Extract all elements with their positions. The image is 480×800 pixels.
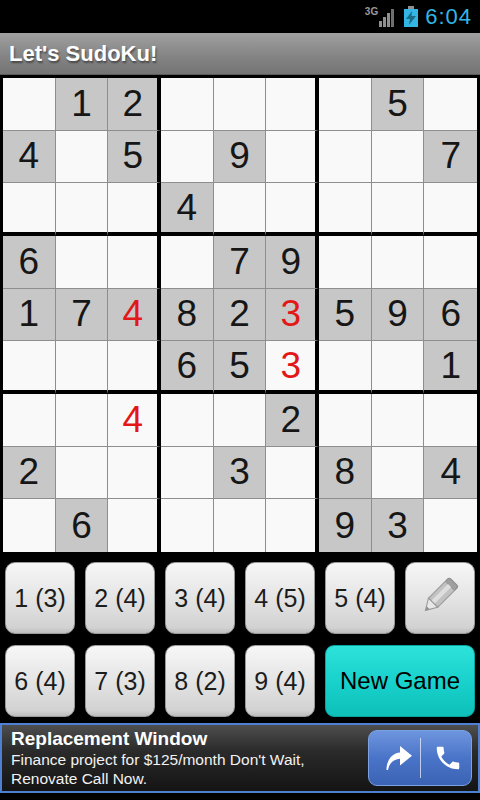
sudoku-cell-r6c2[interactable]: [56, 341, 109, 394]
sudoku-cell-r4c4[interactable]: [161, 236, 214, 289]
sudoku-cell-r2c3[interactable]: 5: [108, 131, 161, 184]
sudoku-cell-r8c5[interactable]: 3: [214, 447, 267, 500]
sudoku-cell-r8c4[interactable]: [161, 447, 214, 500]
sudoku-cell-r4c2[interactable]: [56, 236, 109, 289]
signal-bars-icon: [379, 9, 394, 27]
sudoku-cell-r6c3[interactable]: [108, 341, 161, 394]
digit-button-6[interactable]: 6 (4): [5, 645, 75, 717]
digit-button-7[interactable]: 7 (3): [85, 645, 155, 717]
sudoku-cell-r9c8[interactable]: 3: [372, 499, 425, 552]
sudoku-cell-r9c6[interactable]: [266, 499, 319, 552]
sudoku-cell-r2c4[interactable]: [161, 131, 214, 184]
sudoku-cell-r6c6[interactable]: 3: [266, 341, 319, 394]
sudoku-cell-r7c5[interactable]: [214, 394, 267, 447]
sudoku-cell-r5c5[interactable]: 2: [214, 289, 267, 342]
sudoku-cell-r7c3[interactable]: 4: [108, 394, 161, 447]
ad-title: Replacement Window: [11, 728, 364, 750]
sudoku-cell-r5c1[interactable]: 1: [3, 289, 56, 342]
sudoku-cell-r2c1[interactable]: 4: [3, 131, 56, 184]
sudoku-cell-r8c1[interactable]: 2: [3, 447, 56, 500]
sudoku-cell-r1c9[interactable]: [424, 78, 477, 131]
sudoku-cell-r9c4[interactable]: [161, 499, 214, 552]
sudoku-cell-r9c3[interactable]: [108, 499, 161, 552]
digit-button-3[interactable]: 3 (4): [165, 562, 235, 634]
battery-charging-icon: [404, 6, 418, 27]
sudoku-cell-r2c5[interactable]: 9: [214, 131, 267, 184]
sudoku-cell-r4c3[interactable]: [108, 236, 161, 289]
network-type-label: 3G: [365, 6, 378, 17]
sudoku-cell-r8c9[interactable]: 4: [424, 447, 477, 500]
sudoku-cell-r3c1[interactable]: [3, 183, 56, 236]
sudoku-cell-r8c6[interactable]: [266, 447, 319, 500]
sudoku-cell-r3c6[interactable]: [266, 183, 319, 236]
sudoku-cell-r7c9[interactable]: [424, 394, 477, 447]
sudoku-cell-r8c8[interactable]: [372, 447, 425, 500]
sudoku-cell-r9c1[interactable]: [3, 499, 56, 552]
digit-button-2[interactable]: 2 (4): [85, 562, 155, 634]
sudoku-board: 125459746791748235966531422384693: [0, 75, 480, 555]
ad-action-buttons: [368, 730, 472, 786]
sudoku-cell-r5c3[interactable]: 4: [108, 289, 161, 342]
sudoku-cell-r5c7[interactable]: 5: [319, 289, 372, 342]
sudoku-cell-r2c7[interactable]: [319, 131, 372, 184]
sudoku-cell-r2c6[interactable]: [266, 131, 319, 184]
sudoku-cell-r5c8[interactable]: 9: [372, 289, 425, 342]
sudoku-cell-r4c7[interactable]: [319, 236, 372, 289]
sudoku-cell-r7c1[interactable]: [3, 394, 56, 447]
new-game-button[interactable]: New Game: [325, 645, 475, 717]
sudoku-cell-r6c4[interactable]: 6: [161, 341, 214, 394]
sudoku-cell-r9c9[interactable]: [424, 499, 477, 552]
sudoku-cell-r9c7[interactable]: 9: [319, 499, 372, 552]
sudoku-cell-r8c2[interactable]: [56, 447, 109, 500]
digit-button-5[interactable]: 5 (4): [325, 562, 395, 634]
sudoku-cell-r4c8[interactable]: [372, 236, 425, 289]
digit-button-1[interactable]: 1 (3): [5, 562, 75, 634]
sudoku-cell-r5c9[interactable]: 6: [424, 289, 477, 342]
sudoku-cell-r1c1[interactable]: [3, 78, 56, 131]
sudoku-cell-r8c7[interactable]: 8: [319, 447, 372, 500]
sudoku-cell-r1c3[interactable]: 2: [108, 78, 161, 131]
sudoku-cell-r3c4[interactable]: 4: [161, 183, 214, 236]
sudoku-cell-r1c4[interactable]: [161, 78, 214, 131]
signal-indicator: 3G: [365, 6, 394, 27]
sudoku-cell-r3c7[interactable]: [319, 183, 372, 236]
sudoku-cell-r2c2[interactable]: [56, 131, 109, 184]
ad-banner[interactable]: Replacement Window Finance project for $…: [0, 723, 480, 793]
sudoku-cell-r4c1[interactable]: 6: [3, 236, 56, 289]
ad-body-line1: Finance project for $125/month Don't Wai…: [11, 750, 364, 769]
sudoku-cell-r6c7[interactable]: [319, 341, 372, 394]
sudoku-cell-r5c6[interactable]: 3: [266, 289, 319, 342]
share-arrow-icon[interactable]: [378, 743, 416, 773]
sudoku-cell-r1c2[interactable]: 1: [56, 78, 109, 131]
sudoku-cell-r6c9[interactable]: 1: [424, 341, 477, 394]
sudoku-cell-r3c8[interactable]: [372, 183, 425, 236]
sudoku-cell-r6c8[interactable]: [372, 341, 425, 394]
sudoku-cell-r4c6[interactable]: 9: [266, 236, 319, 289]
sudoku-cell-r7c6[interactable]: 2: [266, 394, 319, 447]
sudoku-cell-r5c4[interactable]: 8: [161, 289, 214, 342]
ad-text: Replacement Window Finance project for $…: [11, 728, 364, 788]
app-title: Let's SudoKu!: [9, 41, 157, 67]
digit-button-9[interactable]: 9 (4): [245, 645, 315, 717]
ad-body-line2: Renovate Call Now.: [11, 769, 364, 788]
sudoku-cell-r6c5[interactable]: 5: [214, 341, 267, 394]
pencil-button[interactable]: [405, 562, 475, 634]
sudoku-cell-r7c2[interactable]: [56, 394, 109, 447]
pencil-icon: [414, 572, 466, 624]
digit-button-4[interactable]: 4 (5): [245, 562, 315, 634]
sudoku-cell-r6c1[interactable]: [3, 341, 56, 394]
sudoku-cell-r3c2[interactable]: [56, 183, 109, 236]
sudoku-cell-r1c8[interactable]: 5: [372, 78, 425, 131]
sudoku-cell-r2c8[interactable]: [372, 131, 425, 184]
sudoku-cell-r3c5[interactable]: [214, 183, 267, 236]
sudoku-cell-r5c2[interactable]: 7: [56, 289, 109, 342]
keypad: 1 (3)2 (4)3 (4)4 (5)5 (4)6 (4)7 (3)8 (2)…: [0, 555, 480, 717]
sudoku-cell-r1c7[interactable]: [319, 78, 372, 131]
sudoku-cell-r7c4[interactable]: [161, 394, 214, 447]
sudoku-cell-r3c3[interactable]: [108, 183, 161, 236]
sudoku-cell-r8c3[interactable]: [108, 447, 161, 500]
digit-button-8[interactable]: 8 (2): [165, 645, 235, 717]
sudoku-cell-r4c5[interactable]: 7: [214, 236, 267, 289]
sudoku-cell-r1c6[interactable]: [266, 78, 319, 131]
sudoku-cell-r9c2[interactable]: 6: [56, 499, 109, 552]
sudoku-cell-r3c9[interactable]: [424, 183, 477, 236]
phone-icon[interactable]: [433, 743, 463, 773]
sudoku-cell-r1c5[interactable]: [214, 78, 267, 131]
clock: 6:04: [425, 4, 472, 30]
sudoku-cell-r4c9[interactable]: [424, 236, 477, 289]
sudoku-cell-r7c8[interactable]: [372, 394, 425, 447]
sudoku-cell-r9c5[interactable]: [214, 499, 267, 552]
sudoku-cell-r7c7[interactable]: [319, 394, 372, 447]
title-bar: Let's SudoKu!: [0, 33, 480, 75]
status-bar: 3G 6:04: [0, 0, 480, 33]
sudoku-cell-r2c9[interactable]: 7: [424, 131, 477, 184]
